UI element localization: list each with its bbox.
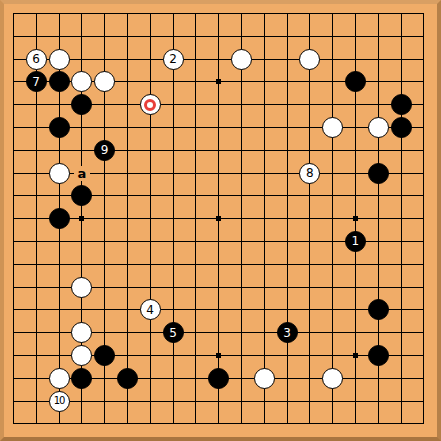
point-label-a: a xyxy=(74,166,90,181)
go-board: 62798145310 a xyxy=(0,0,441,441)
labels-layer: a xyxy=(4,4,437,437)
